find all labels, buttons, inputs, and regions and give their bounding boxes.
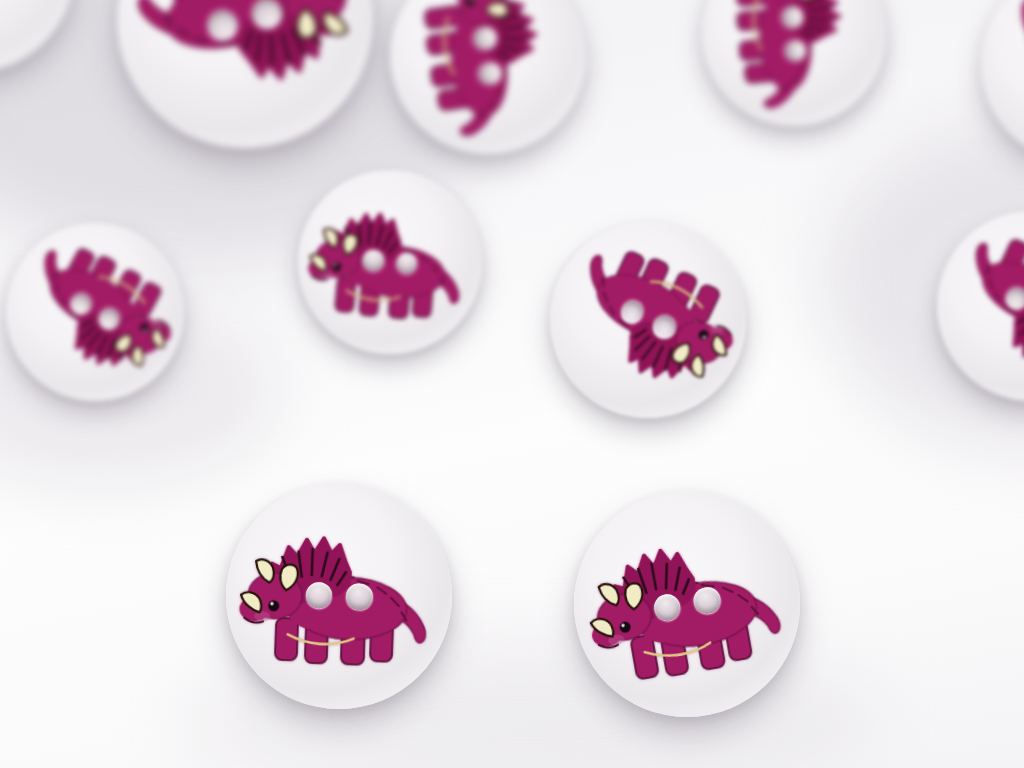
triceratops-print — [377, 0, 598, 167]
button-bottom-left — [226, 483, 452, 709]
triceratops-illustration — [972, 0, 1024, 162]
triceratops-illustration — [111, 0, 385, 129]
button-corner-top-left — [0, 0, 75, 73]
triceratops-print — [0, 192, 215, 433]
triceratops-illustration — [296, 196, 477, 333]
triceratops-print — [518, 190, 778, 450]
triceratops-print — [290, 162, 489, 361]
button-top-far-right — [981, 0, 1024, 163]
button-bottom-right — [574, 491, 800, 717]
button-top-right — [702, 0, 886, 126]
triceratops-print — [906, 180, 1024, 432]
button-middle-center — [298, 170, 482, 354]
button-middle-center-right — [550, 222, 746, 418]
scene — [0, 0, 1024, 768]
triceratops-print — [556, 473, 818, 735]
button-middle-far-right — [937, 211, 1024, 401]
triceratops-print — [222, 479, 456, 713]
triceratops-illustration — [568, 515, 801, 699]
triceratops-illustration — [542, 222, 762, 417]
button-middle-left — [6, 223, 184, 401]
triceratops-print — [694, 0, 893, 134]
triceratops-illustration — [0, 220, 199, 402]
button-top-left — [117, 0, 373, 148]
triceratops-print — [88, 0, 402, 177]
triceratops-print — [948, 0, 1024, 196]
triceratops-illustration — [228, 520, 443, 677]
button-top-middle — [390, 0, 586, 154]
